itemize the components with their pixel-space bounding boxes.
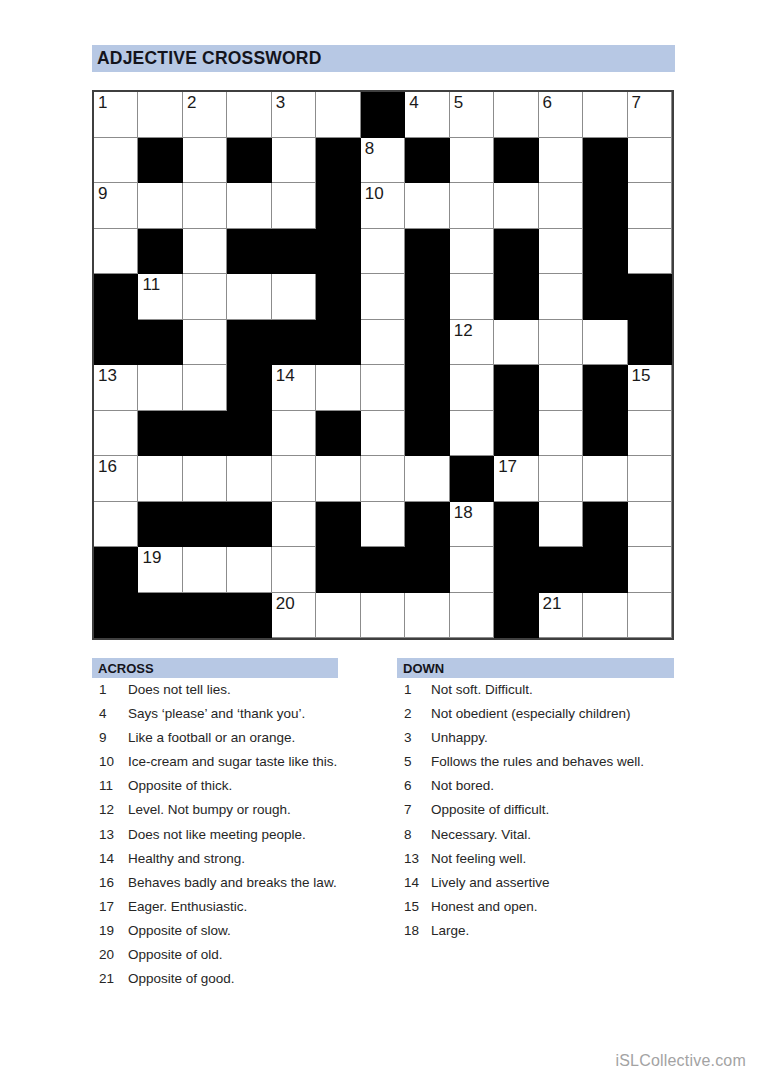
grid-cell[interactable] xyxy=(494,92,538,138)
clue-number: 15 xyxy=(397,895,431,919)
grid-cell[interactable]: 3 xyxy=(272,92,316,138)
cell-number: 16 xyxy=(94,456,137,475)
grid-cell[interactable]: 10 xyxy=(361,183,405,229)
grid-cell[interactable] xyxy=(227,456,271,502)
clue-item: 21Opposite of good. xyxy=(92,967,338,991)
clue-item: 14Healthy and strong. xyxy=(92,847,338,871)
grid-cell[interactable] xyxy=(272,411,316,457)
cell-number: 21 xyxy=(539,593,582,612)
page-title: ADJECTIVE CROSSWORD xyxy=(97,48,322,69)
clue-text: Opposite of thick. xyxy=(128,774,338,798)
grid-cell[interactable] xyxy=(628,183,672,229)
grid-cell[interactable]: 21 xyxy=(539,593,583,639)
clue-number: 4 xyxy=(92,702,128,726)
clue-number: 11 xyxy=(92,774,128,798)
clue-number: 3 xyxy=(397,726,431,750)
clue-item: 2Not obedient (especially children) xyxy=(397,702,674,726)
grid-cell[interactable] xyxy=(227,92,271,138)
grid-cell[interactable] xyxy=(183,365,227,411)
clue-text: Opposite of difficult. xyxy=(431,798,674,822)
black-cell xyxy=(94,274,138,320)
across-clue-list: 1Does not tell lies.4Says ‘please’ and ‘… xyxy=(92,678,338,991)
clue-text: Level. Not bumpy or rough. xyxy=(128,798,338,822)
cell-number: 18 xyxy=(450,502,493,521)
grid-cell[interactable] xyxy=(450,229,494,275)
black-cell xyxy=(361,92,405,138)
cell-number: 17 xyxy=(494,456,537,475)
black-cell xyxy=(272,229,316,275)
black-cell xyxy=(227,320,271,366)
grid-cell[interactable]: 19 xyxy=(138,547,182,593)
grid-cell[interactable] xyxy=(539,183,583,229)
black-cell xyxy=(138,411,182,457)
black-cell xyxy=(583,138,627,184)
grid-cell[interactable] xyxy=(227,547,271,593)
clue-number: 8 xyxy=(397,823,431,847)
clue-number: 13 xyxy=(397,847,431,871)
black-cell xyxy=(405,547,449,593)
black-cell xyxy=(494,274,538,320)
grid-cell[interactable] xyxy=(361,593,405,639)
clue-text: Not obedient (especially children) xyxy=(431,702,674,726)
grid-cell[interactable]: 18 xyxy=(450,502,494,548)
grid-cell[interactable] xyxy=(272,138,316,184)
grid-cell[interactable]: 15 xyxy=(628,365,672,411)
grid-cell[interactable]: 11 xyxy=(138,274,182,320)
clue-number: 5 xyxy=(397,750,431,774)
clue-item: 16Behaves badly and breaks the law. xyxy=(92,871,338,895)
cell-number: 9 xyxy=(94,183,137,202)
black-cell xyxy=(183,502,227,548)
grid-cell[interactable] xyxy=(539,456,583,502)
grid-cell[interactable] xyxy=(628,547,672,593)
clue-item: 7Opposite of difficult. xyxy=(397,798,674,822)
grid-cell[interactable] xyxy=(494,320,538,366)
grid-cell[interactable]: 4 xyxy=(405,92,449,138)
grid-cell[interactable] xyxy=(405,183,449,229)
grid-cell[interactable] xyxy=(361,502,405,548)
grid-cell[interactable] xyxy=(405,456,449,502)
clue-number: 7 xyxy=(397,798,431,822)
black-cell xyxy=(494,502,538,548)
grid-cell[interactable] xyxy=(183,183,227,229)
grid-cell[interactable] xyxy=(227,274,271,320)
clue-number: 12 xyxy=(92,798,128,822)
black-cell xyxy=(227,593,271,639)
grid-cell[interactable] xyxy=(539,274,583,320)
grid-cell[interactable]: 2 xyxy=(183,92,227,138)
grid-cell[interactable] xyxy=(94,229,138,275)
down-header: DOWN xyxy=(397,658,674,678)
grid-cell[interactable] xyxy=(583,593,627,639)
clue-item: 12Level. Not bumpy or rough. xyxy=(92,798,338,822)
clue-item: 10Ice-cream and sugar taste like this. xyxy=(92,750,338,774)
across-header: ACROSS xyxy=(92,658,338,678)
black-cell xyxy=(316,320,360,366)
black-cell xyxy=(227,502,271,548)
black-cell xyxy=(583,183,627,229)
black-cell xyxy=(316,183,360,229)
grid-cell[interactable] xyxy=(539,411,583,457)
black-cell xyxy=(450,456,494,502)
grid-cell[interactable] xyxy=(361,229,405,275)
grid-cell[interactable] xyxy=(539,365,583,411)
grid-cell[interactable]: 17 xyxy=(494,456,538,502)
grid-cell[interactable]: 16 xyxy=(94,456,138,502)
clue-text: Says ‘please’ and ‘thank you’. xyxy=(128,702,338,726)
clue-number: 18 xyxy=(397,919,431,943)
black-cell xyxy=(583,274,627,320)
cell-number: 13 xyxy=(94,365,137,384)
grid-cell[interactable] xyxy=(628,229,672,275)
grid-cell[interactable] xyxy=(361,320,405,366)
clue-text: Necessary. Vital. xyxy=(431,823,674,847)
black-cell xyxy=(94,593,138,639)
grid-cell[interactable]: 14 xyxy=(272,365,316,411)
clue-text: Honest and open. xyxy=(431,895,674,919)
grid-cell[interactable] xyxy=(361,365,405,411)
grid-cell[interactable] xyxy=(227,183,271,229)
clue-text: Opposite of slow. xyxy=(128,919,338,943)
clue-number: 1 xyxy=(92,678,128,702)
grid-cell[interactable] xyxy=(272,274,316,320)
black-cell xyxy=(405,320,449,366)
black-cell xyxy=(94,547,138,593)
black-cell xyxy=(628,274,672,320)
black-cell xyxy=(405,411,449,457)
clue-number: 13 xyxy=(92,823,128,847)
grid-cell[interactable] xyxy=(539,229,583,275)
across-header-label: ACROSS xyxy=(98,661,154,676)
grid-cell[interactable] xyxy=(450,183,494,229)
clue-item: 14Lively and assertive xyxy=(397,871,674,895)
grid-cell[interactable] xyxy=(138,92,182,138)
cell-number: 1 xyxy=(94,92,137,111)
black-cell xyxy=(316,229,360,275)
clue-number: 21 xyxy=(92,967,128,991)
grid-cell[interactable] xyxy=(94,502,138,548)
cell-number: 12 xyxy=(450,320,493,339)
grid-cell[interactable] xyxy=(583,320,627,366)
grid-cell[interactable] xyxy=(183,229,227,275)
clue-number: 17 xyxy=(92,895,128,919)
grid-cell[interactable] xyxy=(450,593,494,639)
black-cell xyxy=(539,547,583,593)
grid-cell[interactable] xyxy=(183,138,227,184)
grid-cell[interactable] xyxy=(138,183,182,229)
clue-item: 1Does not tell lies. xyxy=(92,678,338,702)
black-cell xyxy=(583,411,627,457)
grid-cell[interactable] xyxy=(272,547,316,593)
clue-item: 18Large. xyxy=(397,919,674,943)
black-cell xyxy=(94,320,138,366)
grid-cell[interactable] xyxy=(539,502,583,548)
black-cell xyxy=(628,320,672,366)
clue-item: 3Unhappy. xyxy=(397,726,674,750)
cell-number: 3 xyxy=(272,92,315,111)
crossword-grid: 123456789101112131415161718192021 xyxy=(92,90,674,640)
grid-cell[interactable] xyxy=(316,365,360,411)
clue-item: 4Says ‘please’ and ‘thank you’. xyxy=(92,702,338,726)
cell-number: 7 xyxy=(628,92,671,111)
black-cell xyxy=(494,138,538,184)
clue-number: 9 xyxy=(92,726,128,750)
clue-item: 6Not bored. xyxy=(397,774,674,798)
cell-number: 15 xyxy=(628,365,671,384)
clue-number: 20 xyxy=(92,943,128,967)
black-cell xyxy=(583,502,627,548)
black-cell xyxy=(361,547,405,593)
black-cell xyxy=(138,593,182,639)
grid-cell[interactable]: 8 xyxy=(361,138,405,184)
grid-cell[interactable] xyxy=(183,547,227,593)
grid-cell[interactable]: 20 xyxy=(272,593,316,639)
grid-cell[interactable] xyxy=(183,320,227,366)
grid-cell[interactable] xyxy=(361,274,405,320)
grid-cell[interactable]: 9 xyxy=(94,183,138,229)
across-section: ACROSS 1Does not tell lies.4Says ‘please… xyxy=(92,658,338,991)
cell-number: 19 xyxy=(138,547,181,566)
grid-cell[interactable] xyxy=(94,138,138,184)
clue-text: Large. xyxy=(431,919,674,943)
black-cell xyxy=(494,411,538,457)
grid-cell[interactable] xyxy=(316,456,360,502)
black-cell xyxy=(316,138,360,184)
grid-cell[interactable] xyxy=(450,547,494,593)
grid-cell[interactable] xyxy=(450,411,494,457)
black-cell xyxy=(494,593,538,639)
down-clue-list: 1Not soft. Difficult.2Not obedient (espe… xyxy=(397,678,674,943)
black-cell xyxy=(316,274,360,320)
clue-item: 15Honest and open. xyxy=(397,895,674,919)
grid-cell[interactable] xyxy=(405,593,449,639)
cell-number: 5 xyxy=(450,92,493,111)
clue-item: 9Like a football or an orange. xyxy=(92,726,338,750)
grid-cell[interactable] xyxy=(628,593,672,639)
grid-cell[interactable]: 6 xyxy=(539,92,583,138)
cell-number: 8 xyxy=(361,138,404,157)
grid-cell[interactable] xyxy=(628,138,672,184)
black-cell xyxy=(316,502,360,548)
black-cell xyxy=(272,320,316,366)
black-cell xyxy=(138,138,182,184)
grid-cell[interactable] xyxy=(450,274,494,320)
worksheet-title-bar: ADJECTIVE CROSSWORD xyxy=(92,45,675,72)
clue-item: 11Opposite of thick. xyxy=(92,774,338,798)
cell-number: 6 xyxy=(539,92,582,111)
black-cell xyxy=(583,365,627,411)
grid-cell[interactable]: 13 xyxy=(94,365,138,411)
down-section: DOWN 1Not soft. Difficult.2Not obedient … xyxy=(397,658,674,943)
clue-item: 8Necessary. Vital. xyxy=(397,823,674,847)
clue-number: 2 xyxy=(397,702,431,726)
cell-number: 20 xyxy=(272,593,315,612)
clue-text: Not feeling well. xyxy=(431,847,674,871)
clue-text: Healthy and strong. xyxy=(128,847,338,871)
grid-cell[interactable] xyxy=(583,92,627,138)
grid-cell[interactable] xyxy=(183,274,227,320)
grid-cell[interactable] xyxy=(183,456,227,502)
clue-item: 19Opposite of slow. xyxy=(92,919,338,943)
clue-text: Like a football or an orange. xyxy=(128,726,338,750)
black-cell xyxy=(316,411,360,457)
black-cell xyxy=(227,138,271,184)
grid-cell[interactable] xyxy=(494,183,538,229)
clue-item: 17Eager. Enthusiastic. xyxy=(92,895,338,919)
clue-text: Unhappy. xyxy=(431,726,674,750)
grid-cell[interactable] xyxy=(272,502,316,548)
black-cell xyxy=(494,365,538,411)
clue-number: 19 xyxy=(92,919,128,943)
clue-text: Not bored. xyxy=(431,774,674,798)
black-cell xyxy=(183,411,227,457)
black-cell xyxy=(494,229,538,275)
black-cell xyxy=(316,547,360,593)
cell-number: 14 xyxy=(272,365,315,384)
grid-cell[interactable] xyxy=(272,183,316,229)
down-header-label: DOWN xyxy=(403,661,444,676)
black-cell xyxy=(138,320,182,366)
clue-text: Behaves badly and breaks the law. xyxy=(128,871,338,895)
grid-cell[interactable] xyxy=(628,456,672,502)
clue-text: Eager. Enthusiastic. xyxy=(128,895,338,919)
grid-cell[interactable] xyxy=(628,411,672,457)
grid-cell[interactable] xyxy=(539,320,583,366)
black-cell xyxy=(227,229,271,275)
grid-cell[interactable] xyxy=(583,456,627,502)
clue-text: Lively and assertive xyxy=(431,871,674,895)
clue-number: 6 xyxy=(397,774,431,798)
black-cell xyxy=(405,138,449,184)
grid-cell[interactable] xyxy=(272,456,316,502)
black-cell xyxy=(405,229,449,275)
black-cell xyxy=(494,547,538,593)
clue-item: 5Follows the rules and behaves well. xyxy=(397,750,674,774)
black-cell xyxy=(583,547,627,593)
clue-number: 16 xyxy=(92,871,128,895)
clue-text: Opposite of good. xyxy=(128,967,338,991)
clue-text: Follows the rules and behaves well. xyxy=(431,750,674,774)
clue-number: 14 xyxy=(397,871,431,895)
clue-text: Does not tell lies. xyxy=(128,678,338,702)
grid-cell[interactable]: 7 xyxy=(628,92,672,138)
black-cell xyxy=(405,274,449,320)
black-cell xyxy=(405,365,449,411)
cell-number: 10 xyxy=(361,183,404,202)
black-cell xyxy=(183,593,227,639)
black-cell xyxy=(227,411,271,457)
clue-text: Opposite of old. xyxy=(128,943,338,967)
black-cell xyxy=(138,229,182,275)
grid-cell[interactable] xyxy=(539,138,583,184)
clue-text: Does not like meeting people. xyxy=(128,823,338,847)
cell-number: 4 xyxy=(405,92,448,111)
black-cell xyxy=(227,365,271,411)
black-cell xyxy=(138,502,182,548)
clue-number: 10 xyxy=(92,750,128,774)
grid-cell[interactable] xyxy=(138,365,182,411)
black-cell xyxy=(583,229,627,275)
clue-item: 20Opposite of old. xyxy=(92,943,338,967)
grid-cell[interactable] xyxy=(94,411,138,457)
grid-cell[interactable]: 12 xyxy=(450,320,494,366)
grid-cell[interactable] xyxy=(361,456,405,502)
grid-cell[interactable] xyxy=(316,92,360,138)
grid-cell[interactable] xyxy=(316,593,360,639)
black-cell xyxy=(405,502,449,548)
grid-cell[interactable]: 1 xyxy=(94,92,138,138)
cell-number: 2 xyxy=(183,92,226,111)
grid-cell[interactable] xyxy=(138,456,182,502)
watermark: iSLCollective.com xyxy=(0,1052,746,1070)
grid-cell[interactable] xyxy=(628,502,672,548)
clue-item: 13Does not like meeting people. xyxy=(92,823,338,847)
grid-cell[interactable]: 5 xyxy=(450,92,494,138)
clue-number: 14 xyxy=(92,847,128,871)
grid-cell[interactable] xyxy=(450,365,494,411)
grid-cell[interactable] xyxy=(450,138,494,184)
clue-number: 1 xyxy=(397,678,431,702)
cell-number: 11 xyxy=(138,274,181,293)
grid-cell[interactable] xyxy=(361,411,405,457)
clue-item: 13Not feeling well. xyxy=(397,847,674,871)
clue-text: Not soft. Difficult. xyxy=(431,678,674,702)
clue-item: 1Not soft. Difficult. xyxy=(397,678,674,702)
clue-text: Ice-cream and sugar taste like this. xyxy=(128,750,338,774)
